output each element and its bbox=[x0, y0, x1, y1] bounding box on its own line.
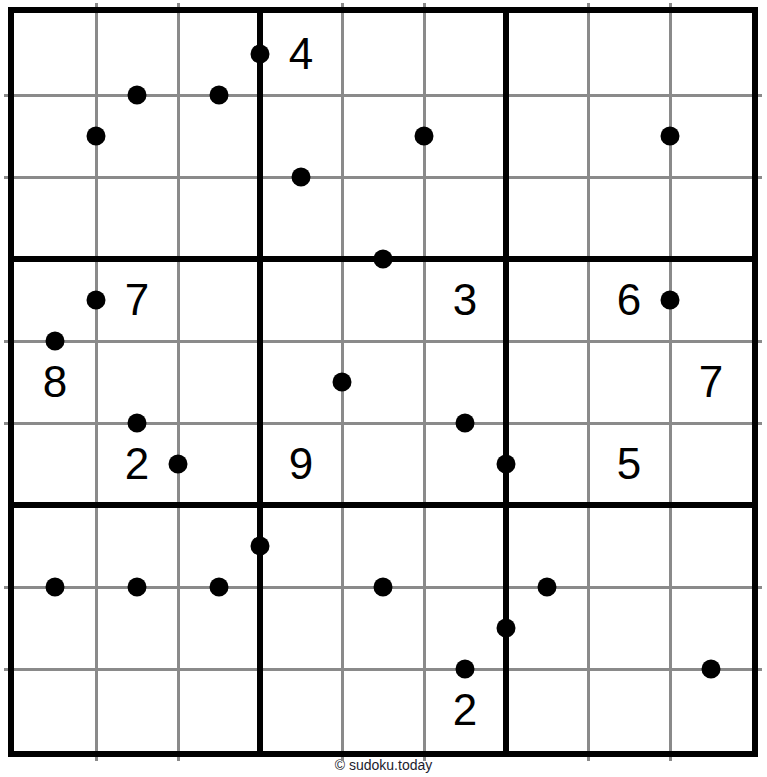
cell-r7c1[interactable] bbox=[14, 505, 96, 587]
cell-r2c7[interactable] bbox=[506, 95, 588, 177]
cell-r6c8[interactable]: 5 bbox=[588, 423, 670, 505]
cell-r5c7[interactable] bbox=[506, 341, 588, 423]
puzzle-page: 4736872952 © sudoku.today bbox=[0, 0, 767, 777]
source-caption: © sudoku.today bbox=[0, 757, 767, 773]
cell-r6c5[interactable] bbox=[342, 423, 424, 505]
cell-r9c2[interactable] bbox=[96, 669, 178, 751]
cell-r5c9[interactable]: 7 bbox=[670, 341, 752, 423]
cell-r3c6[interactable] bbox=[424, 177, 506, 259]
cell-r8c6[interactable] bbox=[424, 587, 506, 669]
cell-r6c1[interactable] bbox=[14, 423, 96, 505]
cell-r2c3[interactable] bbox=[178, 95, 260, 177]
cell-r8c3[interactable] bbox=[178, 587, 260, 669]
cell-r7c2[interactable] bbox=[96, 505, 178, 587]
cell-r5c1[interactable]: 8 bbox=[14, 341, 96, 423]
cell-r4c5[interactable] bbox=[342, 259, 424, 341]
cell-r3c7[interactable] bbox=[506, 177, 588, 259]
cell-r2c5[interactable] bbox=[342, 95, 424, 177]
cell-r1c8[interactable] bbox=[588, 13, 670, 95]
cell-r3c2[interactable] bbox=[96, 177, 178, 259]
cell-r5c6[interactable] bbox=[424, 341, 506, 423]
cell-r5c5[interactable] bbox=[342, 341, 424, 423]
cell-r9c5[interactable] bbox=[342, 669, 424, 751]
cell-r3c5[interactable] bbox=[342, 177, 424, 259]
cell-r5c2[interactable] bbox=[96, 341, 178, 423]
cell-r9c6[interactable]: 2 bbox=[424, 669, 506, 751]
cell-r1c3[interactable] bbox=[178, 13, 260, 95]
cell-r8c1[interactable] bbox=[14, 587, 96, 669]
cell-r6c7[interactable] bbox=[506, 423, 588, 505]
cell-r7c8[interactable] bbox=[588, 505, 670, 587]
cell-r7c9[interactable] bbox=[670, 505, 752, 587]
cell-r8c5[interactable] bbox=[342, 587, 424, 669]
cell-r8c4[interactable] bbox=[260, 587, 342, 669]
cell-r3c8[interactable] bbox=[588, 177, 670, 259]
cell-r4c1[interactable] bbox=[14, 259, 96, 341]
cell-r3c9[interactable] bbox=[670, 177, 752, 259]
cell-r1c9[interactable] bbox=[670, 13, 752, 95]
cell-r8c7[interactable] bbox=[506, 587, 588, 669]
cell-r9c7[interactable] bbox=[506, 669, 588, 751]
cell-r1c2[interactable] bbox=[96, 13, 178, 95]
cell-r1c5[interactable] bbox=[342, 13, 424, 95]
cell-r6c9[interactable] bbox=[670, 423, 752, 505]
cell-r1c6[interactable] bbox=[424, 13, 506, 95]
cell-r6c4[interactable]: 9 bbox=[260, 423, 342, 505]
cell-r5c3[interactable] bbox=[178, 341, 260, 423]
cell-r8c9[interactable] bbox=[670, 587, 752, 669]
cell-r2c6[interactable] bbox=[424, 95, 506, 177]
cell-r7c5[interactable] bbox=[342, 505, 424, 587]
cell-r4c7[interactable] bbox=[506, 259, 588, 341]
sudoku-board: 4736872952 bbox=[14, 13, 752, 751]
cell-r5c8[interactable] bbox=[588, 341, 670, 423]
cell-r7c3[interactable] bbox=[178, 505, 260, 587]
cell-r8c8[interactable] bbox=[588, 587, 670, 669]
cell-r4c8[interactable]: 6 bbox=[588, 259, 670, 341]
cell-r2c4[interactable] bbox=[260, 95, 342, 177]
cell-r9c9[interactable] bbox=[670, 669, 752, 751]
cell-r4c6[interactable]: 3 bbox=[424, 259, 506, 341]
cell-r2c9[interactable] bbox=[670, 95, 752, 177]
cell-r6c2[interactable]: 2 bbox=[96, 423, 178, 505]
cell-r7c6[interactable] bbox=[424, 505, 506, 587]
cell-r9c4[interactable] bbox=[260, 669, 342, 751]
cell-r1c4[interactable]: 4 bbox=[260, 13, 342, 95]
cell-r3c3[interactable] bbox=[178, 177, 260, 259]
cell-r6c6[interactable] bbox=[424, 423, 506, 505]
cell-r2c2[interactable] bbox=[96, 95, 178, 177]
cell-r2c1[interactable] bbox=[14, 95, 96, 177]
cell-r4c3[interactable] bbox=[178, 259, 260, 341]
cell-r3c4[interactable] bbox=[260, 177, 342, 259]
cell-r2c8[interactable] bbox=[588, 95, 670, 177]
cell-r9c1[interactable] bbox=[14, 669, 96, 751]
cell-r3c1[interactable] bbox=[14, 177, 96, 259]
cell-r1c7[interactable] bbox=[506, 13, 588, 95]
cell-r5c4[interactable] bbox=[260, 341, 342, 423]
cell-r4c2[interactable]: 7 bbox=[96, 259, 178, 341]
cell-r4c9[interactable] bbox=[670, 259, 752, 341]
cell-r1c1[interactable] bbox=[14, 13, 96, 95]
cell-r6c3[interactable] bbox=[178, 423, 260, 505]
cell-r9c8[interactable] bbox=[588, 669, 670, 751]
cell-r8c2[interactable] bbox=[96, 587, 178, 669]
cell-r4c4[interactable] bbox=[260, 259, 342, 341]
cell-r9c3[interactable] bbox=[178, 669, 260, 751]
cell-r7c4[interactable] bbox=[260, 505, 342, 587]
cell-r7c7[interactable] bbox=[506, 505, 588, 587]
cell-grid: 4736872952 bbox=[14, 13, 752, 751]
